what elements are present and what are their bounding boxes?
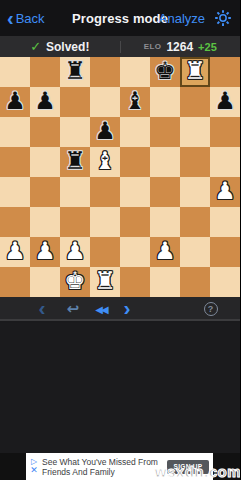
ad-close-icon[interactable]: ✕ xyxy=(30,466,38,475)
question-mark-icon: ? xyxy=(204,302,218,316)
square-d1[interactable]: ♜ xyxy=(90,267,120,297)
square-e3[interactable] xyxy=(120,207,150,237)
square-h5[interactable] xyxy=(210,147,240,177)
ad-row: ▷ ✕ See What You've Missed From Friends … xyxy=(0,453,240,480)
back-label: Back xyxy=(16,11,45,26)
square-e7[interactable]: ♝ xyxy=(120,87,150,117)
square-g7[interactable] xyxy=(180,87,210,117)
square-a5[interactable] xyxy=(0,147,30,177)
back-chevron-icon: ‹ xyxy=(7,8,14,28)
square-e2[interactable] xyxy=(120,237,150,267)
analyze-button[interactable]: Analyze xyxy=(159,11,205,26)
white-pawn-b2: ♟ xyxy=(30,237,60,267)
square-e1[interactable] xyxy=(120,267,150,297)
check-icon: ✓ xyxy=(30,39,41,54)
square-f7[interactable] xyxy=(150,87,180,117)
controls-bar: ‹ ↩ ◀◀ › ? xyxy=(0,297,240,321)
white-rook-g8: ♜ xyxy=(180,57,210,87)
square-e6[interactable] xyxy=(120,117,150,147)
black-rook-c8: ♜ xyxy=(60,57,90,87)
square-b5[interactable] xyxy=(30,147,60,177)
square-b6[interactable] xyxy=(30,117,60,147)
square-d7[interactable] xyxy=(90,87,120,117)
white-pawn-f2: ♟ xyxy=(150,237,180,267)
square-c2[interactable]: ♟ xyxy=(60,237,90,267)
ad-text: See What You've Missed From Friends And … xyxy=(42,457,167,477)
square-a2[interactable]: ♟ xyxy=(0,237,30,267)
app-screen: ‹ Back Progress mode Analyze xyxy=(0,0,240,480)
square-b7[interactable]: ♟ xyxy=(30,87,60,117)
help-button[interactable]: ? xyxy=(202,297,219,321)
square-b8[interactable] xyxy=(30,57,60,87)
status-bar: ✓ Solved! ELO 1264 +25 xyxy=(0,36,240,57)
watermark: wsxdn.com xyxy=(155,463,240,480)
square-d4[interactable] xyxy=(90,177,120,207)
rewind-icon[interactable]: ◀◀ xyxy=(90,297,112,321)
square-e4[interactable] xyxy=(120,177,150,207)
square-g5[interactable] xyxy=(180,147,210,177)
square-h1[interactable] xyxy=(210,267,240,297)
square-d6[interactable]: ♟ xyxy=(90,117,120,147)
chess-board[interactable]: ♜♚♜♟♟♝♟♟♜♝♟♟♟♟♟♚♜ xyxy=(0,57,240,297)
next-move-button[interactable]: › xyxy=(117,297,137,321)
square-d5[interactable]: ♝ xyxy=(90,147,120,177)
square-f8[interactable]: ♚ xyxy=(150,57,180,87)
square-a1[interactable] xyxy=(0,267,30,297)
square-g6[interactable] xyxy=(180,117,210,147)
square-e8[interactable] xyxy=(120,57,150,87)
square-a6[interactable] xyxy=(0,117,30,147)
square-g1[interactable] xyxy=(180,267,210,297)
back-button[interactable]: ‹ Back xyxy=(7,8,45,28)
empty-panel xyxy=(0,323,240,453)
square-b1[interactable] xyxy=(30,267,60,297)
square-c5[interactable]: ♜ xyxy=(60,147,90,177)
square-c3[interactable] xyxy=(60,207,90,237)
square-f3[interactable] xyxy=(150,207,180,237)
square-f4[interactable] xyxy=(150,177,180,207)
square-c1[interactable]: ♚ xyxy=(60,267,90,297)
elo-label: ELO xyxy=(144,42,162,51)
elo-value: 1264 xyxy=(166,40,193,54)
square-a7[interactable]: ♟ xyxy=(0,87,30,117)
square-h6[interactable] xyxy=(210,117,240,147)
white-pawn-c2: ♟ xyxy=(60,237,90,267)
white-pawn-h4: ♟ xyxy=(210,177,240,207)
white-bishop-d5: ♝ xyxy=(90,147,120,177)
black-bishop-e7: ♝ xyxy=(120,87,150,117)
square-f1[interactable] xyxy=(150,267,180,297)
square-c6[interactable] xyxy=(60,117,90,147)
square-g8[interactable]: ♜ xyxy=(180,57,210,87)
square-c4[interactable] xyxy=(60,177,90,207)
black-pawn-b7: ♟ xyxy=(30,87,60,117)
square-a3[interactable] xyxy=(0,207,30,237)
black-king-f8: ♚ xyxy=(150,57,180,87)
square-a8[interactable] xyxy=(0,57,30,87)
square-b2[interactable]: ♟ xyxy=(30,237,60,267)
square-g3[interactable] xyxy=(180,207,210,237)
white-king-c1: ♚ xyxy=(60,267,90,297)
black-pawn-d6: ♟ xyxy=(90,117,120,147)
square-f5[interactable] xyxy=(150,147,180,177)
square-h8[interactable] xyxy=(210,57,240,87)
square-f6[interactable] xyxy=(150,117,180,147)
solved-status: ✓ Solved! xyxy=(0,39,120,54)
solved-label: Solved! xyxy=(46,40,89,54)
square-f2[interactable]: ♟ xyxy=(150,237,180,267)
ad-text-line2: Friends And Family xyxy=(42,467,167,477)
square-h4[interactable]: ♟ xyxy=(210,177,240,207)
square-d3[interactable] xyxy=(90,207,120,237)
square-a4[interactable] xyxy=(0,177,30,207)
square-c7[interactable] xyxy=(60,87,90,117)
white-rook-d1: ♜ xyxy=(90,267,120,297)
square-h3[interactable] xyxy=(210,207,240,237)
elo-delta-badge: +25 xyxy=(198,41,217,53)
square-h2[interactable] xyxy=(210,237,240,267)
square-c8[interactable]: ♜ xyxy=(60,57,90,87)
white-pawn-a2: ♟ xyxy=(0,237,30,267)
black-pawn-a7: ♟ xyxy=(0,87,30,117)
square-d2[interactable] xyxy=(90,237,120,267)
square-g2[interactable] xyxy=(180,237,210,267)
square-g4[interactable] xyxy=(180,177,210,207)
square-e5[interactable] xyxy=(120,147,150,177)
previous-move-button[interactable]: ‹ xyxy=(32,297,52,321)
square-d8[interactable] xyxy=(90,57,120,87)
black-pawn-h7: ♟ xyxy=(210,87,240,117)
ad-text-line1: See What You've Missed From xyxy=(42,457,167,467)
black-rook-c5: ♜ xyxy=(60,147,90,177)
elo-status: ELO 1264 +25 xyxy=(121,40,241,54)
undo-icon[interactable]: ↩ xyxy=(62,297,84,321)
square-b4[interactable] xyxy=(30,177,60,207)
square-h7[interactable]: ♟ xyxy=(210,87,240,117)
square-b3[interactable] xyxy=(30,207,60,237)
nav-bar: ‹ Back Progress mode Analyze xyxy=(0,0,240,36)
gear-icon[interactable] xyxy=(214,9,232,27)
